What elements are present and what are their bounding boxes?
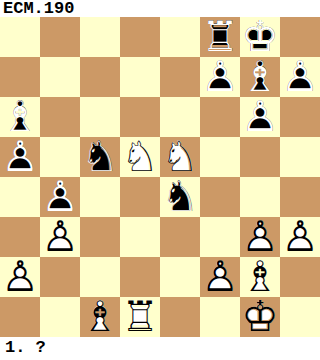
square-h7[interactable]: ♟♙ xyxy=(280,57,320,97)
square-d6[interactable] xyxy=(120,97,160,137)
square-b1[interactable] xyxy=(40,297,80,337)
square-h3[interactable]: ♟♙ xyxy=(280,217,320,257)
square-c4[interactable] xyxy=(80,177,120,217)
white-pawn-piece[interactable]: ♟♙ xyxy=(280,217,320,257)
square-d7[interactable] xyxy=(120,57,160,97)
square-a2[interactable]: ♟♙ xyxy=(0,257,40,297)
square-g6[interactable]: ♟♙ xyxy=(240,97,280,137)
move-prompt-label: 1. ? xyxy=(5,339,46,357)
square-f6[interactable] xyxy=(200,97,240,137)
square-b8[interactable] xyxy=(40,17,80,57)
square-h8[interactable] xyxy=(280,17,320,57)
square-b2[interactable] xyxy=(40,257,80,297)
white-bishop-fill-glyph: ♝ xyxy=(240,257,280,297)
square-a3[interactable] xyxy=(0,217,40,257)
black-king-outline-glyph: ♔ xyxy=(240,17,280,57)
square-e5[interactable]: ♞♘ xyxy=(160,137,200,177)
square-g7[interactable]: ♝♗ xyxy=(240,57,280,97)
square-g5[interactable] xyxy=(240,137,280,177)
black-pawn-piece[interactable]: ♟♙ xyxy=(240,97,280,137)
white-bishop-outline-glyph: ♗ xyxy=(80,297,120,337)
white-pawn-fill-glyph: ♟ xyxy=(0,257,40,297)
white-pawn-fill-glyph: ♟ xyxy=(280,217,320,257)
white-knight-fill-glyph: ♞ xyxy=(120,137,160,177)
white-king-fill-glyph: ♚ xyxy=(240,297,280,337)
square-f5[interactable] xyxy=(200,137,240,177)
black-pawn-piece[interactable]: ♟♙ xyxy=(280,57,320,97)
black-knight-outline-glyph: ♘ xyxy=(160,177,200,217)
square-g8[interactable]: ♚♔ xyxy=(240,17,280,57)
black-bishop-fill-glyph: ♝ xyxy=(0,97,40,137)
black-pawn-fill-glyph: ♟ xyxy=(280,57,320,97)
black-rook-outline-glyph: ♖ xyxy=(200,17,240,57)
black-pawn-outline-glyph: ♙ xyxy=(240,97,280,137)
black-bishop-fill-glyph: ♝ xyxy=(240,57,280,97)
black-pawn-outline-glyph: ♙ xyxy=(280,57,320,97)
black-knight-fill-glyph: ♞ xyxy=(80,137,120,177)
black-knight-fill-glyph: ♞ xyxy=(160,177,200,217)
black-knight-piece[interactable]: ♞♘ xyxy=(160,177,200,217)
white-bishop-piece[interactable]: ♝♗ xyxy=(80,297,120,337)
square-g3[interactable]: ♟♙ xyxy=(240,217,280,257)
black-pawn-outline-glyph: ♙ xyxy=(200,57,240,97)
square-a7[interactable] xyxy=(0,57,40,97)
square-d3[interactable] xyxy=(120,217,160,257)
square-a6[interactable]: ♝♗ xyxy=(0,97,40,137)
black-bishop-piece[interactable]: ♝♗ xyxy=(0,97,40,137)
square-f3[interactable] xyxy=(200,217,240,257)
square-g4[interactable] xyxy=(240,177,280,217)
square-e7[interactable] xyxy=(160,57,200,97)
white-pawn-piece[interactable]: ♟♙ xyxy=(0,257,40,297)
square-f1[interactable] xyxy=(200,297,240,337)
white-pawn-outline-glyph: ♙ xyxy=(0,257,40,297)
black-rook-fill-glyph: ♜ xyxy=(200,17,240,57)
square-f8[interactable]: ♜♖ xyxy=(200,17,240,57)
white-pawn-outline-glyph: ♙ xyxy=(280,217,320,257)
black-pawn-outline-glyph: ♙ xyxy=(40,177,80,217)
white-bishop-outline-glyph: ♗ xyxy=(240,257,280,297)
square-e2[interactable] xyxy=(160,257,200,297)
puzzle-id-label: ECM.190 xyxy=(3,0,74,18)
black-pawn-piece[interactable]: ♟♙ xyxy=(200,57,240,97)
square-b4[interactable]: ♟♙ xyxy=(40,177,80,217)
square-h6[interactable] xyxy=(280,97,320,137)
white-rook-fill-glyph: ♜ xyxy=(120,297,160,337)
square-c7[interactable] xyxy=(80,57,120,97)
black-pawn-fill-glyph: ♟ xyxy=(0,137,40,177)
square-a4[interactable] xyxy=(0,177,40,217)
square-g1[interactable]: ♚♔ xyxy=(240,297,280,337)
square-c3[interactable] xyxy=(80,217,120,257)
square-g2[interactable]: ♝♗ xyxy=(240,257,280,297)
square-e1[interactable] xyxy=(160,297,200,337)
square-c2[interactable] xyxy=(80,257,120,297)
black-pawn-fill-glyph: ♟ xyxy=(200,57,240,97)
black-knight-outline-glyph: ♘ xyxy=(80,137,120,177)
white-king-piece[interactable]: ♚♔ xyxy=(240,297,280,337)
white-pawn-piece[interactable]: ♟♙ xyxy=(200,257,240,297)
square-d2[interactable] xyxy=(120,257,160,297)
white-knight-piece[interactable]: ♞♘ xyxy=(120,137,160,177)
square-e8[interactable] xyxy=(160,17,200,57)
square-e4[interactable]: ♞♘ xyxy=(160,177,200,217)
square-a8[interactable] xyxy=(0,17,40,57)
white-knight-outline-glyph: ♘ xyxy=(120,137,160,177)
black-bishop-piece[interactable]: ♝♗ xyxy=(240,57,280,97)
white-bishop-fill-glyph: ♝ xyxy=(80,297,120,337)
white-king-outline-glyph: ♔ xyxy=(240,297,280,337)
black-king-fill-glyph: ♚ xyxy=(240,17,280,57)
square-e6[interactable] xyxy=(160,97,200,137)
white-knight-outline-glyph: ♘ xyxy=(160,137,200,177)
square-a1[interactable] xyxy=(0,297,40,337)
black-pawn-piece[interactable]: ♟♙ xyxy=(0,137,40,177)
white-pawn-piece[interactable]: ♟♙ xyxy=(40,217,80,257)
white-pawn-outline-glyph: ♙ xyxy=(240,217,280,257)
white-pawn-fill-glyph: ♟ xyxy=(240,217,280,257)
square-b5[interactable] xyxy=(40,137,80,177)
black-pawn-piece[interactable]: ♟♙ xyxy=(40,177,80,217)
square-d8[interactable] xyxy=(120,17,160,57)
square-f7[interactable]: ♟♙ xyxy=(200,57,240,97)
square-a5[interactable]: ♟♙ xyxy=(0,137,40,177)
square-h2[interactable] xyxy=(280,257,320,297)
square-d4[interactable] xyxy=(120,177,160,217)
white-pawn-outline-glyph: ♙ xyxy=(200,257,240,297)
square-h1[interactable] xyxy=(280,297,320,337)
white-knight-piece[interactable]: ♞♘ xyxy=(160,137,200,177)
black-king-piece[interactable]: ♚♔ xyxy=(240,17,280,57)
square-d5[interactable]: ♞♘ xyxy=(120,137,160,177)
white-rook-piece[interactable]: ♜♖ xyxy=(120,297,160,337)
black-rook-piece[interactable]: ♜♖ xyxy=(200,17,240,57)
square-d1[interactable]: ♜♖ xyxy=(120,297,160,337)
white-pawn-fill-glyph: ♟ xyxy=(40,217,80,257)
white-pawn-piece[interactable]: ♟♙ xyxy=(240,217,280,257)
black-pawn-outline-glyph: ♙ xyxy=(0,137,40,177)
square-b6[interactable] xyxy=(40,97,80,137)
square-c5[interactable]: ♞♘ xyxy=(80,137,120,177)
square-c1[interactable]: ♝♗ xyxy=(80,297,120,337)
square-c8[interactable] xyxy=(80,17,120,57)
square-h4[interactable] xyxy=(280,177,320,217)
white-rook-outline-glyph: ♖ xyxy=(120,297,160,337)
square-b3[interactable]: ♟♙ xyxy=(40,217,80,257)
square-c6[interactable] xyxy=(80,97,120,137)
square-f4[interactable] xyxy=(200,177,240,217)
square-b7[interactable] xyxy=(40,57,80,97)
square-h5[interactable] xyxy=(280,137,320,177)
black-bishop-outline-glyph: ♗ xyxy=(0,97,40,137)
white-pawn-outline-glyph: ♙ xyxy=(40,217,80,257)
black-pawn-fill-glyph: ♟ xyxy=(240,97,280,137)
black-knight-piece[interactable]: ♞♘ xyxy=(80,137,120,177)
chess-board: ♜♖♚♔♟♙♝♗♟♙♝♗♟♙♟♙♞♘♞♘♞♘♟♙♞♘♟♙♟♙♟♙♟♙♟♙♝♗♝♗… xyxy=(0,17,320,337)
square-e3[interactable] xyxy=(160,217,200,257)
square-f2[interactable]: ♟♙ xyxy=(200,257,240,297)
white-pawn-fill-glyph: ♟ xyxy=(200,257,240,297)
black-pawn-fill-glyph: ♟ xyxy=(40,177,80,217)
black-bishop-outline-glyph: ♗ xyxy=(240,57,280,97)
white-bishop-piece[interactable]: ♝♗ xyxy=(240,257,280,297)
white-knight-fill-glyph: ♞ xyxy=(160,137,200,177)
